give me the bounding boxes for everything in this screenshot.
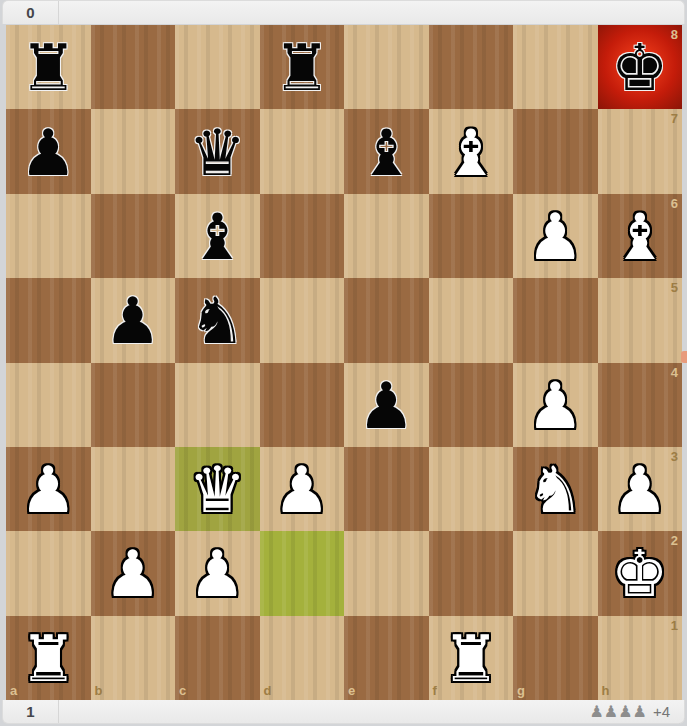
- square-a6[interactable]: [6, 194, 91, 278]
- rank-label-6: 6: [671, 197, 678, 210]
- square-h2[interactable]: 2♚: [598, 531, 683, 615]
- square-c8[interactable]: [175, 25, 260, 109]
- square-b8[interactable]: [91, 25, 176, 109]
- rank-label-3: 3: [671, 450, 678, 463]
- square-e6[interactable]: [344, 194, 429, 278]
- square-a7[interactable]: ♟: [6, 109, 91, 193]
- square-f3[interactable]: [429, 447, 514, 531]
- rank-label-5: 5: [671, 281, 678, 294]
- black-rook-d8[interactable]: ♜: [273, 36, 330, 100]
- square-g8[interactable]: [513, 25, 598, 109]
- square-b2[interactable]: ♟: [91, 531, 176, 615]
- rank-label-4: 4: [671, 366, 678, 379]
- file-label-d: d: [264, 684, 272, 697]
- white-bishop-h6[interactable]: ♝: [611, 205, 668, 269]
- white-pawn-h3[interactable]: ♟: [611, 458, 668, 522]
- square-a4[interactable]: [6, 363, 91, 447]
- move-bar-top-space: [59, 1, 684, 24]
- square-d6[interactable]: [260, 194, 345, 278]
- square-g7[interactable]: [513, 109, 598, 193]
- black-king-h8[interactable]: ♚: [611, 36, 668, 100]
- square-a5[interactable]: [6, 278, 91, 362]
- square-f6[interactable]: [429, 194, 514, 278]
- square-a1[interactable]: a♜: [6, 616, 91, 700]
- white-pawn-g4[interactable]: ♟: [527, 374, 584, 438]
- black-pawn-b5[interactable]: ♟: [104, 289, 161, 353]
- square-b4[interactable]: [91, 363, 176, 447]
- square-e2[interactable]: [344, 531, 429, 615]
- square-g1[interactable]: g: [513, 616, 598, 700]
- square-d5[interactable]: [260, 278, 345, 362]
- square-d8[interactable]: ♜: [260, 25, 345, 109]
- square-a3[interactable]: ♟: [6, 447, 91, 531]
- move-bar-bottom: 1 ♟♟♟♟ +4: [2, 700, 685, 724]
- square-e3[interactable]: [344, 447, 429, 531]
- move-bar-top: 0: [2, 0, 685, 24]
- square-g6[interactable]: ♟: [513, 194, 598, 278]
- square-a8[interactable]: ♜: [6, 25, 91, 109]
- square-c7[interactable]: ♛: [175, 109, 260, 193]
- square-h8[interactable]: 8♚: [598, 25, 683, 109]
- white-knight-g3[interactable]: ♞: [527, 458, 584, 522]
- square-c5[interactable]: ♞: [175, 278, 260, 362]
- file-label-f: f: [433, 684, 437, 697]
- rank-label-8: 8: [671, 28, 678, 41]
- black-pawn-e4[interactable]: ♟: [358, 374, 415, 438]
- white-pawn-g6[interactable]: ♟: [527, 205, 584, 269]
- white-pawn-d3[interactable]: ♟: [273, 458, 330, 522]
- square-a2[interactable]: [6, 531, 91, 615]
- chess-board: ♜♜8♚♟♛♝♝7♝♟6♝♟♞5♟♟4♟♛♟♞3♟♟♟2♚a♜bcdef♜gh1: [6, 25, 682, 700]
- white-pawn-a3[interactable]: ♟: [20, 458, 77, 522]
- square-b1[interactable]: b: [91, 616, 176, 700]
- black-bishop-e7[interactable]: ♝: [358, 121, 415, 185]
- white-pawn-c2[interactable]: ♟: [189, 542, 246, 606]
- material-advantage: ♟♟♟♟ +4: [590, 703, 684, 720]
- move-bar-bottom-space: [59, 700, 590, 723]
- file-label-e: e: [348, 684, 355, 697]
- square-c6[interactable]: ♝: [175, 194, 260, 278]
- square-c3[interactable]: ♛: [175, 447, 260, 531]
- square-f4[interactable]: [429, 363, 514, 447]
- rank-label-1: 1: [671, 619, 678, 632]
- square-h3[interactable]: 3♟: [598, 447, 683, 531]
- material-advantage-value: +4: [653, 703, 670, 720]
- white-bishop-f7[interactable]: ♝: [442, 121, 499, 185]
- move-number-top: 0: [3, 1, 59, 24]
- square-b7[interactable]: [91, 109, 176, 193]
- square-e8[interactable]: [344, 25, 429, 109]
- square-c2[interactable]: ♟: [175, 531, 260, 615]
- square-f1[interactable]: f♜: [429, 616, 514, 700]
- square-h5[interactable]: 5: [598, 278, 683, 362]
- square-e4[interactable]: ♟: [344, 363, 429, 447]
- black-knight-c5[interactable]: ♞: [189, 289, 246, 353]
- square-b3[interactable]: [91, 447, 176, 531]
- square-b5[interactable]: ♟: [91, 278, 176, 362]
- square-c1[interactable]: c: [175, 616, 260, 700]
- white-king-h2[interactable]: ♚: [611, 542, 668, 606]
- file-label-g: g: [517, 684, 525, 697]
- file-label-a: a: [10, 684, 17, 697]
- square-g2[interactable]: [513, 531, 598, 615]
- square-h6[interactable]: 6♝: [598, 194, 683, 278]
- square-h4[interactable]: 4: [598, 363, 683, 447]
- file-label-b: b: [95, 684, 103, 697]
- square-f2[interactable]: [429, 531, 514, 615]
- black-bishop-c6[interactable]: ♝: [189, 205, 246, 269]
- white-queen-c3[interactable]: ♛: [189, 458, 246, 522]
- square-g3[interactable]: ♞: [513, 447, 598, 531]
- file-label-h: h: [602, 684, 610, 697]
- white-rook-a1[interactable]: ♜: [20, 627, 77, 691]
- square-f5[interactable]: [429, 278, 514, 362]
- square-e1[interactable]: e: [344, 616, 429, 700]
- file-label-c: c: [179, 684, 186, 697]
- square-e5[interactable]: [344, 278, 429, 362]
- square-h1[interactable]: h1: [598, 616, 683, 700]
- rank-label-7: 7: [671, 112, 678, 125]
- white-pawn-b2[interactable]: ♟: [104, 542, 161, 606]
- side-panel-handle-icon[interactable]: [681, 351, 687, 363]
- square-f8[interactable]: [429, 25, 514, 109]
- square-d4[interactable]: [260, 363, 345, 447]
- move-number-bottom: 1: [3, 700, 59, 723]
- black-pawn-a7[interactable]: ♟: [20, 121, 77, 185]
- square-e7[interactable]: ♝: [344, 109, 429, 193]
- square-g4[interactable]: ♟: [513, 363, 598, 447]
- white-rook-f1[interactable]: ♜: [442, 627, 499, 691]
- square-b6[interactable]: [91, 194, 176, 278]
- rank-label-2: 2: [671, 534, 678, 547]
- black-queen-c7[interactable]: ♛: [189, 121, 246, 185]
- square-d1[interactable]: d: [260, 616, 345, 700]
- captured-pawn-icons: ♟♟♟♟: [590, 704, 647, 720]
- square-d7[interactable]: [260, 109, 345, 193]
- black-rook-a8[interactable]: ♜: [20, 36, 77, 100]
- square-h7[interactable]: 7: [598, 109, 683, 193]
- square-f7[interactable]: ♝: [429, 109, 514, 193]
- square-g5[interactable]: [513, 278, 598, 362]
- square-d3[interactable]: ♟: [260, 447, 345, 531]
- square-c4[interactable]: [175, 363, 260, 447]
- square-d2[interactable]: [260, 531, 345, 615]
